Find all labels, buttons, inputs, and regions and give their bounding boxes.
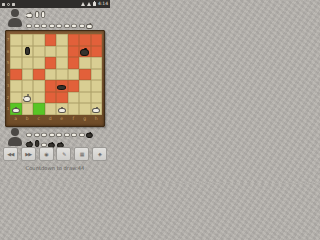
- square-g2[interactable]: [79, 92, 91, 104]
- game-board: 7654321 abcdefgh: [5, 30, 105, 127]
- square-h6[interactable]: [91, 46, 103, 58]
- white-egg-tray-piece: [56, 133, 62, 137]
- square-b7[interactable]: [22, 34, 34, 46]
- square-g1[interactable]: [79, 103, 91, 115]
- square-d3[interactable]: [45, 80, 57, 92]
- status-bar: 4:14: [0, 0, 110, 8]
- white-pot-tray-piece: [86, 23, 93, 28]
- white-egg-tray-piece: [26, 24, 32, 28]
- file-label: h: [91, 116, 103, 121]
- square-c2[interactable]: [33, 92, 45, 104]
- white-kettle-piece[interactable]: [23, 96, 31, 102]
- square-c7[interactable]: [33, 34, 45, 46]
- bottom-player-tray-row2: [26, 138, 94, 147]
- notification-icon: [7, 3, 10, 6]
- square-h5[interactable]: [91, 57, 103, 69]
- dark-jug-piece[interactable]: [25, 47, 30, 55]
- square-f4[interactable]: [68, 69, 80, 81]
- square-a1[interactable]: [10, 103, 22, 115]
- square-g5[interactable]: [79, 57, 91, 69]
- square-e3[interactable]: [56, 80, 68, 92]
- square-a2[interactable]: [10, 92, 22, 104]
- square-b3[interactable]: [22, 80, 34, 92]
- white-egg-tray-piece: [49, 24, 55, 28]
- square-c4[interactable]: [33, 69, 45, 81]
- square-f7[interactable]: [68, 34, 80, 46]
- square-g3[interactable]: [79, 80, 91, 92]
- white-pot-piece[interactable]: [58, 108, 66, 114]
- square-a3[interactable]: [10, 80, 22, 92]
- board-grid: [10, 34, 102, 115]
- square-f3[interactable]: [68, 80, 80, 92]
- square-c1[interactable]: [33, 103, 45, 115]
- dark-lid-piece[interactable]: [57, 85, 66, 90]
- bottom-player-panel: [7, 128, 94, 147]
- signal-icon: [87, 2, 91, 6]
- file-labels: abcdefgh: [10, 116, 102, 121]
- file-label: c: [33, 116, 45, 121]
- dark-jug-tray-piece: [35, 140, 39, 147]
- toolbar: ◀◀ ▶▶ ◉ ✎ ▦ ◈: [3, 147, 107, 161]
- dark-pot-tray-piece: [86, 132, 93, 137]
- clock-text: 4:14: [98, 2, 108, 7]
- square-a6[interactable]: [10, 46, 22, 58]
- notification-icon: [2, 3, 5, 6]
- top-player-avatar: [7, 9, 22, 27]
- square-e5[interactable]: [56, 57, 68, 69]
- square-c3[interactable]: [33, 80, 45, 92]
- move-list-button[interactable]: ▦: [74, 147, 89, 161]
- square-f2[interactable]: [68, 92, 80, 104]
- white-egg-tray-piece: [64, 24, 70, 28]
- square-h3[interactable]: [91, 80, 103, 92]
- white-jug-tray-piece: [41, 11, 45, 18]
- square-b6[interactable]: [22, 46, 34, 58]
- square-a7[interactable]: [10, 34, 22, 46]
- square-d1[interactable]: [45, 103, 57, 115]
- square-a4[interactable]: [10, 69, 22, 81]
- white-egg-tray-piece: [34, 24, 40, 28]
- square-c6[interactable]: [33, 46, 45, 58]
- white-pot-piece[interactable]: [12, 108, 20, 114]
- notification-icon: [12, 3, 15, 6]
- dark-cauldron-piece[interactable]: [80, 49, 89, 56]
- white-egg-tray-piece: [71, 133, 77, 137]
- top-player-tray-row1: [26, 9, 94, 18]
- square-b5[interactable]: [22, 57, 34, 69]
- square-c5[interactable]: [33, 57, 45, 69]
- top-player-panel: [7, 9, 94, 28]
- review-button[interactable]: ◉: [39, 147, 54, 161]
- square-e2[interactable]: [56, 92, 68, 104]
- square-g4[interactable]: [79, 69, 91, 81]
- square-e6[interactable]: [56, 46, 68, 58]
- square-b2[interactable]: [22, 92, 34, 104]
- white-egg-tray-piece: [71, 24, 77, 28]
- square-b4[interactable]: [22, 69, 34, 81]
- square-g6[interactable]: [79, 46, 91, 58]
- square-d7[interactable]: [45, 34, 57, 46]
- draw-countdown-text: Countdown to draw:44: [0, 165, 110, 171]
- square-g7[interactable]: [79, 34, 91, 46]
- jump-to-end-button[interactable]: ▶▶: [21, 147, 36, 161]
- top-player-tray-row2: [26, 19, 94, 28]
- square-b1[interactable]: [22, 103, 34, 115]
- settings-button[interactable]: ◈: [92, 147, 107, 161]
- jump-to-start-button[interactable]: ◀◀: [3, 147, 18, 161]
- white-egg-tray-piece: [41, 24, 47, 28]
- file-label: b: [22, 116, 34, 121]
- white-egg-tray-piece: [64, 133, 70, 137]
- square-f6[interactable]: [68, 46, 80, 58]
- wifi-icon: [81, 2, 85, 6]
- file-label: d: [45, 116, 57, 121]
- square-d6[interactable]: [45, 46, 57, 58]
- white-egg-tray-piece: [41, 133, 47, 137]
- file-label: a: [10, 116, 22, 121]
- white-egg-tray-piece: [49, 133, 55, 137]
- white-jug-tray-piece: [35, 11, 39, 18]
- square-e7[interactable]: [56, 34, 68, 46]
- square-e4[interactable]: [56, 69, 68, 81]
- square-h7[interactable]: [91, 34, 103, 46]
- square-f5[interactable]: [68, 57, 80, 69]
- square-d2[interactable]: [45, 92, 57, 104]
- white-egg-tray-piece: [79, 24, 85, 28]
- white-egg-tray-piece: [34, 133, 40, 137]
- white-pot-piece[interactable]: [92, 108, 100, 114]
- square-h1[interactable]: [91, 103, 103, 115]
- square-h2[interactable]: [91, 92, 103, 104]
- white-kettle-tray-piece: [26, 13, 33, 18]
- square-h4[interactable]: [91, 69, 103, 81]
- square-e1[interactable]: [56, 103, 68, 115]
- square-f1[interactable]: [68, 103, 80, 115]
- bottom-player-tray-row1: [26, 128, 94, 137]
- white-egg-tray-piece: [26, 133, 32, 137]
- square-d4[interactable]: [45, 69, 57, 81]
- file-label: g: [79, 116, 91, 121]
- file-label: f: [68, 116, 80, 121]
- edit-button[interactable]: ✎: [56, 147, 71, 161]
- square-a5[interactable]: [10, 57, 22, 69]
- battery-icon: [93, 2, 96, 7]
- white-egg-tray-piece: [56, 24, 62, 28]
- square-d5[interactable]: [45, 57, 57, 69]
- file-label: e: [56, 116, 68, 121]
- white-egg-tray-piece: [79, 133, 85, 137]
- bottom-player-avatar: [7, 128, 22, 146]
